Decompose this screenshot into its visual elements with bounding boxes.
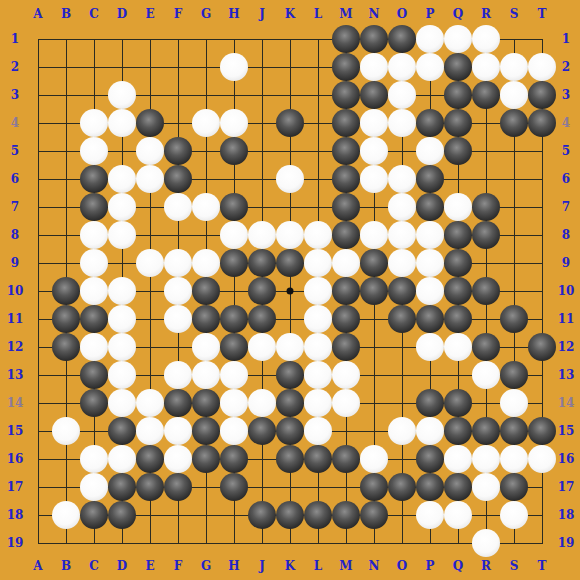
black-stone-R3	[472, 81, 500, 109]
black-stone-P17	[416, 473, 444, 501]
white-stone-O3	[388, 81, 416, 109]
column-label-top: J	[259, 8, 265, 20]
row-label-left: 9	[11, 257, 19, 269]
row-label-left: 3	[11, 89, 19, 101]
black-stone-H7	[220, 193, 248, 221]
black-stone-Q14	[444, 389, 472, 417]
black-stone-Q17	[444, 473, 472, 501]
black-stone-S17	[500, 473, 528, 501]
column-label-bottom: T	[538, 560, 547, 572]
black-stone-G10	[192, 277, 220, 305]
white-stone-R1	[472, 25, 500, 53]
white-stone-T16	[528, 445, 556, 473]
black-stone-M6	[332, 165, 360, 193]
black-stone-M12	[332, 333, 360, 361]
white-stone-P2	[416, 53, 444, 81]
white-stone-P12	[416, 333, 444, 361]
black-stone-R8	[472, 221, 500, 249]
row-label-right: 10	[558, 285, 575, 297]
white-stone-D12	[108, 333, 136, 361]
black-stone-O11	[388, 305, 416, 333]
black-stone-S13	[500, 361, 528, 389]
black-stone-H12	[220, 333, 248, 361]
white-stone-G9	[192, 249, 220, 277]
black-stone-H5	[220, 137, 248, 165]
white-stone-D11	[108, 305, 136, 333]
white-stone-P15	[416, 417, 444, 445]
black-stone-P14	[416, 389, 444, 417]
white-stone-Q1	[444, 25, 472, 53]
row-label-left: 18	[7, 509, 24, 521]
row-label-left: 12	[7, 341, 24, 353]
black-stone-N18	[360, 501, 388, 529]
black-stone-J15	[248, 417, 276, 445]
white-stone-O8	[388, 221, 416, 249]
row-label-right: 7	[562, 201, 570, 213]
column-label-bottom: G	[201, 560, 211, 572]
black-stone-N1	[360, 25, 388, 53]
column-label-bottom: R	[481, 560, 491, 572]
black-stone-F5	[164, 137, 192, 165]
white-stone-F7	[164, 193, 192, 221]
white-stone-S16	[500, 445, 528, 473]
white-stone-L14	[304, 389, 332, 417]
white-stone-O4	[388, 109, 416, 137]
white-stone-D8	[108, 221, 136, 249]
column-label-top: M	[339, 8, 352, 20]
grid-line-horizontal	[38, 543, 543, 544]
white-stone-L10	[304, 277, 332, 305]
black-stone-L16	[304, 445, 332, 473]
white-stone-K12	[276, 333, 304, 361]
column-label-top: T	[538, 8, 547, 20]
black-stone-Q3	[444, 81, 472, 109]
row-label-right: 6	[562, 173, 570, 185]
black-stone-P4	[416, 109, 444, 137]
white-stone-B18	[52, 501, 80, 529]
white-stone-B15	[52, 417, 80, 445]
white-stone-E9	[136, 249, 164, 277]
black-stone-S15	[500, 417, 528, 445]
white-stone-R2	[472, 53, 500, 81]
black-stone-P11	[416, 305, 444, 333]
black-stone-O17	[388, 473, 416, 501]
column-label-top: O	[397, 8, 407, 20]
column-label-top: G	[201, 8, 211, 20]
white-stone-L8	[304, 221, 332, 249]
black-stone-Q10	[444, 277, 472, 305]
white-stone-D13	[108, 361, 136, 389]
black-stone-N10	[360, 277, 388, 305]
row-label-left: 14	[7, 397, 24, 409]
white-stone-D4	[108, 109, 136, 137]
black-stone-F14	[164, 389, 192, 417]
white-stone-C10	[80, 277, 108, 305]
white-stone-E5	[136, 137, 164, 165]
column-label-bottom: F	[174, 560, 183, 572]
white-stone-N6	[360, 165, 388, 193]
black-stone-H11	[220, 305, 248, 333]
black-stone-E17	[136, 473, 164, 501]
white-stone-L13	[304, 361, 332, 389]
white-stone-T2	[528, 53, 556, 81]
column-label-bottom: J	[259, 560, 265, 572]
black-stone-M8	[332, 221, 360, 249]
black-stone-M1	[332, 25, 360, 53]
black-stone-M3	[332, 81, 360, 109]
row-label-right: 18	[558, 509, 575, 521]
black-stone-T3	[528, 81, 556, 109]
white-stone-D16	[108, 445, 136, 473]
column-label-top: L	[314, 8, 322, 20]
white-stone-F11	[164, 305, 192, 333]
row-label-right: 16	[558, 453, 575, 465]
black-stone-B10	[52, 277, 80, 305]
black-stone-T12	[528, 333, 556, 361]
white-stone-C9	[80, 249, 108, 277]
white-stone-P10	[416, 277, 444, 305]
black-stone-K16	[276, 445, 304, 473]
white-stone-E15	[136, 417, 164, 445]
black-stone-C13	[80, 361, 108, 389]
row-label-left: 11	[7, 313, 24, 325]
white-stone-C12	[80, 333, 108, 361]
white-stone-S3	[500, 81, 528, 109]
black-stone-K13	[276, 361, 304, 389]
black-stone-P7	[416, 193, 444, 221]
black-stone-M18	[332, 501, 360, 529]
black-stone-E4	[136, 109, 164, 137]
black-stone-O1	[388, 25, 416, 53]
white-stone-M13	[332, 361, 360, 389]
column-label-top: R	[481, 8, 491, 20]
white-stone-F16	[164, 445, 192, 473]
black-stone-K14	[276, 389, 304, 417]
white-stone-P18	[416, 501, 444, 529]
white-stone-S18	[500, 501, 528, 529]
black-stone-N3	[360, 81, 388, 109]
black-stone-Q8	[444, 221, 472, 249]
column-label-bottom: E	[145, 560, 154, 572]
white-stone-S14	[500, 389, 528, 417]
black-stone-M4	[332, 109, 360, 137]
row-label-left: 17	[7, 481, 24, 493]
column-label-top: Q	[453, 8, 463, 20]
white-stone-O15	[388, 417, 416, 445]
white-stone-O6	[388, 165, 416, 193]
row-label-right: 13	[558, 369, 575, 381]
star-point	[287, 288, 294, 295]
white-stone-E14	[136, 389, 164, 417]
white-stone-K8	[276, 221, 304, 249]
row-label-left: 15	[7, 425, 24, 437]
black-stone-T4	[528, 109, 556, 137]
column-label-bottom: D	[117, 560, 127, 572]
white-stone-J8	[248, 221, 276, 249]
black-stone-M11	[332, 305, 360, 333]
white-stone-D3	[108, 81, 136, 109]
white-stone-D14	[108, 389, 136, 417]
white-stone-L11	[304, 305, 332, 333]
black-stone-C18	[80, 501, 108, 529]
row-label-left: 10	[7, 285, 24, 297]
row-label-right: 11	[558, 313, 575, 325]
column-label-top: A	[33, 8, 42, 20]
white-stone-D6	[108, 165, 136, 193]
white-stone-F15	[164, 417, 192, 445]
white-stone-G12	[192, 333, 220, 361]
black-stone-N17	[360, 473, 388, 501]
black-stone-D17	[108, 473, 136, 501]
black-stone-G11	[192, 305, 220, 333]
white-stone-F13	[164, 361, 192, 389]
white-stone-H4	[220, 109, 248, 137]
black-stone-D15	[108, 417, 136, 445]
black-stone-D18	[108, 501, 136, 529]
go-board-screen: AABBCCDDEEFFGGHHJJKKLLMMNNOOPPQQRRSSTT11…	[0, 0, 580, 580]
column-label-top: D	[117, 8, 127, 20]
white-stone-P8	[416, 221, 444, 249]
column-label-bottom: P	[425, 560, 434, 572]
black-stone-J9	[248, 249, 276, 277]
row-label-right: 5	[562, 145, 570, 157]
black-stone-Q5	[444, 137, 472, 165]
column-label-bottom: S	[510, 560, 519, 572]
black-stone-R12	[472, 333, 500, 361]
black-stone-Q11	[444, 305, 472, 333]
white-stone-N8	[360, 221, 388, 249]
white-stone-M14	[332, 389, 360, 417]
column-label-top: S	[510, 8, 519, 20]
black-stone-C11	[80, 305, 108, 333]
black-stone-S4	[500, 109, 528, 137]
black-stone-E16	[136, 445, 164, 473]
column-label-top: K	[285, 8, 295, 20]
black-stone-J11	[248, 305, 276, 333]
white-stone-Q18	[444, 501, 472, 529]
white-stone-Q12	[444, 333, 472, 361]
white-stone-O9	[388, 249, 416, 277]
white-stone-L12	[304, 333, 332, 361]
row-label-right: 1	[562, 33, 570, 45]
black-stone-K18	[276, 501, 304, 529]
column-label-top: N	[369, 8, 380, 20]
row-label-right: 17	[558, 481, 575, 493]
row-label-right: 8	[562, 229, 570, 241]
black-stone-R15	[472, 417, 500, 445]
black-stone-N9	[360, 249, 388, 277]
column-label-bottom: N	[369, 560, 380, 572]
black-stone-G16	[192, 445, 220, 473]
white-stone-J14	[248, 389, 276, 417]
black-stone-R7	[472, 193, 500, 221]
white-stone-R13	[472, 361, 500, 389]
white-stone-N4	[360, 109, 388, 137]
white-stone-F9	[164, 249, 192, 277]
column-label-top: E	[145, 8, 154, 20]
white-stone-O2	[388, 53, 416, 81]
black-stone-F17	[164, 473, 192, 501]
row-label-right: 4	[562, 117, 570, 129]
black-stone-C14	[80, 389, 108, 417]
black-stone-R10	[472, 277, 500, 305]
black-stone-Q9	[444, 249, 472, 277]
white-stone-G4	[192, 109, 220, 137]
column-label-bottom: H	[228, 560, 239, 572]
black-stone-M5	[332, 137, 360, 165]
row-label-left: 19	[7, 537, 24, 549]
white-stone-R17	[472, 473, 500, 501]
black-stone-Q15	[444, 417, 472, 445]
white-stone-C16	[80, 445, 108, 473]
black-stone-M7	[332, 193, 360, 221]
black-stone-M10	[332, 277, 360, 305]
black-stone-S11	[500, 305, 528, 333]
white-stone-P9	[416, 249, 444, 277]
row-label-right: 14	[558, 397, 575, 409]
row-label-left: 16	[7, 453, 24, 465]
white-stone-K6	[276, 165, 304, 193]
black-stone-H16	[220, 445, 248, 473]
black-stone-C7	[80, 193, 108, 221]
black-stone-J10	[248, 277, 276, 305]
column-label-bottom: A	[33, 560, 42, 572]
black-stone-L18	[304, 501, 332, 529]
column-label-top: C	[89, 8, 99, 20]
white-stone-F10	[164, 277, 192, 305]
black-stone-K15	[276, 417, 304, 445]
column-label-bottom: M	[339, 560, 352, 572]
black-stone-P16	[416, 445, 444, 473]
black-stone-P6	[416, 165, 444, 193]
column-label-top: B	[61, 8, 71, 20]
white-stone-N16	[360, 445, 388, 473]
black-stone-K4	[276, 109, 304, 137]
black-stone-H9	[220, 249, 248, 277]
row-label-right: 19	[558, 537, 575, 549]
white-stone-C4	[80, 109, 108, 137]
white-stone-C5	[80, 137, 108, 165]
black-stone-C6	[80, 165, 108, 193]
white-stone-H2	[220, 53, 248, 81]
row-label-left: 6	[11, 173, 19, 185]
white-stone-M9	[332, 249, 360, 277]
black-stone-M2	[332, 53, 360, 81]
row-label-left: 4	[11, 117, 19, 129]
white-stone-H14	[220, 389, 248, 417]
row-label-left: 8	[11, 229, 19, 241]
black-stone-F6	[164, 165, 192, 193]
white-stone-D10	[108, 277, 136, 305]
column-label-bottom: C	[89, 560, 99, 572]
white-stone-R19	[472, 529, 500, 557]
white-stone-C8	[80, 221, 108, 249]
white-stone-J12	[248, 333, 276, 361]
black-stone-B12	[52, 333, 80, 361]
row-label-right: 2	[562, 61, 570, 73]
black-stone-O10	[388, 277, 416, 305]
row-label-right: 15	[558, 425, 575, 437]
white-stone-S2	[500, 53, 528, 81]
white-stone-H13	[220, 361, 248, 389]
black-stone-G15	[192, 417, 220, 445]
white-stone-E6	[136, 165, 164, 193]
white-stone-Q7	[444, 193, 472, 221]
white-stone-H15	[220, 417, 248, 445]
black-stone-B11	[52, 305, 80, 333]
row-label-left: 7	[11, 201, 19, 213]
white-stone-N2	[360, 53, 388, 81]
black-stone-J18	[248, 501, 276, 529]
white-stone-D7	[108, 193, 136, 221]
row-label-left: 13	[7, 369, 24, 381]
column-label-top: F	[174, 8, 183, 20]
white-stone-R16	[472, 445, 500, 473]
row-label-right: 12	[558, 341, 575, 353]
white-stone-G7	[192, 193, 220, 221]
row-label-left: 1	[11, 33, 19, 45]
row-label-right: 9	[562, 257, 570, 269]
white-stone-P1	[416, 25, 444, 53]
white-stone-C17	[80, 473, 108, 501]
white-stone-H8	[220, 221, 248, 249]
column-label-top: H	[228, 8, 239, 20]
white-stone-L15	[304, 417, 332, 445]
row-label-right: 3	[562, 89, 570, 101]
black-stone-T15	[528, 417, 556, 445]
white-stone-G13	[192, 361, 220, 389]
row-label-left: 2	[11, 61, 19, 73]
row-label-left: 5	[11, 145, 19, 157]
column-label-bottom: K	[285, 560, 295, 572]
black-stone-H17	[220, 473, 248, 501]
white-stone-N5	[360, 137, 388, 165]
column-label-bottom: Q	[453, 560, 463, 572]
column-label-bottom: L	[314, 560, 322, 572]
black-stone-K9	[276, 249, 304, 277]
black-stone-G14	[192, 389, 220, 417]
white-stone-Q16	[444, 445, 472, 473]
column-label-top: P	[425, 8, 434, 20]
white-stone-O7	[388, 193, 416, 221]
black-stone-Q4	[444, 109, 472, 137]
white-stone-P5	[416, 137, 444, 165]
white-stone-L9	[304, 249, 332, 277]
black-stone-M16	[332, 445, 360, 473]
column-label-bottom: B	[61, 560, 71, 572]
black-stone-Q2	[444, 53, 472, 81]
column-label-bottom: O	[397, 560, 407, 572]
